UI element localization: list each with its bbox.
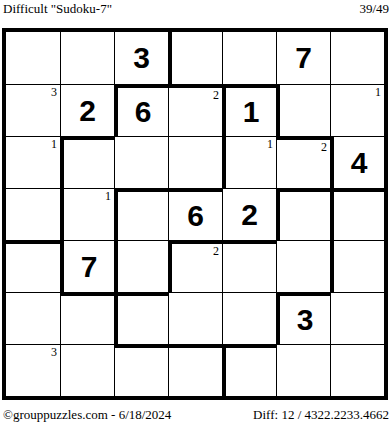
given-digit: 6 bbox=[187, 201, 204, 231]
pencil-mark: 3 bbox=[51, 85, 57, 99]
cell-r4c7[interactable] bbox=[330, 188, 384, 240]
cell-r4c5[interactable]: 2 bbox=[222, 188, 276, 240]
puzzle-counter: 39/49 bbox=[359, 1, 389, 17]
cell-r5c4[interactable]: 2 bbox=[168, 240, 222, 292]
cell-r6c2[interactable] bbox=[60, 292, 114, 344]
copyright-text: ©grouppuzzles.com - 6/18/2024 bbox=[3, 407, 171, 423]
cell-r2c2[interactable]: 2 bbox=[60, 84, 114, 136]
given-digit: 2 bbox=[79, 96, 96, 126]
cell-r7c3[interactable] bbox=[114, 344, 168, 396]
cell-r1c5[interactable] bbox=[222, 32, 276, 84]
difficulty-text: Diff: 12 / 4322.2233.4662 bbox=[253, 407, 389, 423]
cell-r7c2[interactable] bbox=[60, 344, 114, 396]
given-digit: 3 bbox=[133, 43, 150, 73]
given-digit: 6 bbox=[135, 97, 152, 127]
cell-r1c2[interactable] bbox=[60, 32, 114, 84]
cell-r2c5[interactable]: 1 bbox=[222, 84, 276, 136]
given-digit: 2 bbox=[241, 200, 258, 230]
cell-r4c2[interactable]: 1 bbox=[60, 188, 114, 240]
cell-r2c4[interactable]: 2 bbox=[168, 84, 222, 136]
pencil-mark: 1 bbox=[267, 137, 273, 151]
cell-r5c1[interactable] bbox=[6, 240, 60, 292]
cell-r7c1[interactable]: 3 bbox=[6, 344, 60, 396]
cell-r6c6[interactable]: 3 bbox=[276, 292, 330, 344]
cell-r7c4[interactable] bbox=[168, 344, 222, 396]
cell-r6c3[interactable] bbox=[114, 292, 168, 344]
given-digit: 7 bbox=[295, 43, 312, 73]
cell-r7c5[interactable] bbox=[222, 344, 276, 396]
cell-r3c6[interactable]: 2 bbox=[276, 136, 330, 188]
given-digit: 4 bbox=[351, 148, 368, 178]
cell-r7c6[interactable] bbox=[276, 344, 330, 396]
pencil-mark: 1 bbox=[375, 85, 381, 99]
cell-r4c1[interactable] bbox=[6, 188, 60, 240]
pencil-mark: 2 bbox=[213, 244, 219, 258]
given-digit: 7 bbox=[81, 252, 98, 282]
given-digit: 3 bbox=[297, 305, 314, 335]
cell-r5c3[interactable] bbox=[114, 240, 168, 292]
cell-r2c1[interactable]: 3 bbox=[6, 84, 60, 136]
cell-r6c1[interactable] bbox=[6, 292, 60, 344]
cell-r3c2[interactable] bbox=[60, 136, 114, 188]
pencil-mark: 3 bbox=[51, 345, 57, 359]
cell-r2c7[interactable]: 1 bbox=[330, 84, 384, 136]
cell-r3c1[interactable]: 1 bbox=[6, 136, 60, 188]
cell-r1c7[interactable] bbox=[330, 32, 384, 84]
cell-r2c3[interactable]: 6 bbox=[114, 84, 168, 136]
cell-r7c7[interactable] bbox=[330, 344, 384, 396]
cell-r4c4[interactable]: 6 bbox=[168, 188, 222, 240]
cell-r3c4[interactable] bbox=[168, 136, 222, 188]
cell-r1c3[interactable]: 3 bbox=[114, 32, 168, 84]
cell-r2c6[interactable] bbox=[276, 84, 330, 136]
cell-r6c7[interactable] bbox=[330, 292, 384, 344]
sudoku-board: 3732621111241627233 bbox=[2, 28, 388, 400]
cell-r5c7[interactable] bbox=[330, 240, 384, 292]
given-digit: 1 bbox=[243, 97, 260, 127]
cell-r3c5[interactable]: 1 bbox=[222, 136, 276, 188]
pencil-mark: 2 bbox=[321, 140, 327, 154]
pencil-mark: 1 bbox=[105, 189, 111, 203]
cell-r6c5[interactable] bbox=[222, 292, 276, 344]
cell-r5c5[interactable] bbox=[222, 240, 276, 292]
cell-r3c3[interactable] bbox=[114, 136, 168, 188]
cell-r1c1[interactable] bbox=[6, 32, 60, 84]
cell-r6c4[interactable] bbox=[168, 292, 222, 344]
cell-r5c6[interactable] bbox=[276, 240, 330, 292]
cell-r4c3[interactable] bbox=[114, 188, 168, 240]
cell-r1c4[interactable] bbox=[168, 32, 222, 84]
pencil-mark: 1 bbox=[51, 137, 57, 151]
cell-r5c2[interactable]: 7 bbox=[60, 240, 114, 292]
cell-r4c6[interactable] bbox=[276, 188, 330, 240]
pencil-mark: 2 bbox=[213, 88, 219, 102]
cell-r3c7[interactable]: 4 bbox=[330, 136, 384, 188]
cell-r1c6[interactable]: 7 bbox=[276, 32, 330, 84]
puzzle-title: Difficult "Sudoku-7" bbox=[3, 1, 112, 17]
